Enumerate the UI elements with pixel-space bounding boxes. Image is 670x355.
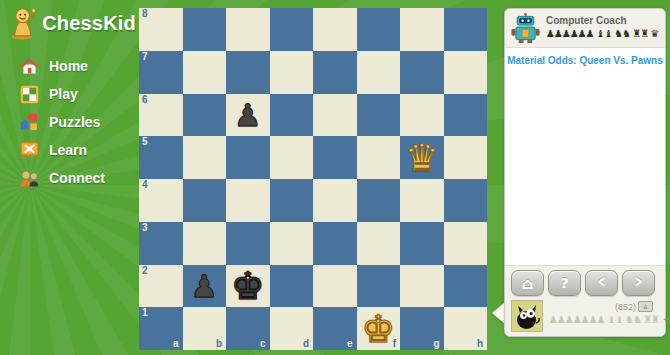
square-h2[interactable] bbox=[444, 265, 488, 308]
question-icon: ? bbox=[560, 275, 568, 291]
sidebar: ChessKid Home Play bbox=[0, 0, 136, 355]
sidebar-menu: Home Play Puzzles bbox=[0, 55, 136, 189]
square-f2[interactable] bbox=[357, 265, 401, 308]
chesskid-logo[interactable]: ChessKid bbox=[0, 0, 136, 41]
rank-label: 5 bbox=[142, 136, 148, 147]
square-h4[interactable] bbox=[444, 179, 488, 222]
sidebar-item-home[interactable]: Home bbox=[0, 55, 136, 77]
back-button[interactable]: ‹ bbox=[585, 270, 618, 296]
square-g6[interactable] bbox=[400, 94, 444, 137]
black-pawn[interactable]: ♟ bbox=[226, 94, 270, 137]
square-a1[interactable]: 1a bbox=[139, 307, 183, 350]
coach-header: Computer Coach ♟♟♟♟♟♟ ♝♝ ♞♞ ♜♜ ♛ bbox=[505, 9, 665, 48]
square-g3[interactable] bbox=[400, 222, 444, 265]
rank-label: 4 bbox=[142, 179, 148, 190]
nav-buttons: ⌂ ? ‹ › bbox=[511, 270, 655, 296]
square-b5[interactable] bbox=[183, 136, 227, 179]
square-a4[interactable]: 4 bbox=[139, 179, 183, 222]
square-e4[interactable] bbox=[313, 179, 357, 222]
player-strip: (852) ♙ ♟♟♟♟♟♟♟ ♝♝ ♞♞ ♜♜ +7 bbox=[511, 300, 659, 332]
square-g4[interactable] bbox=[400, 179, 444, 222]
file-label: g bbox=[433, 338, 439, 349]
square-c7[interactable] bbox=[226, 51, 270, 94]
coach-message[interactable]: Material Odds: Queen Vs. Pawns bbox=[505, 55, 665, 66]
square-b8[interactable] bbox=[183, 8, 227, 51]
square-a7[interactable]: 7 bbox=[139, 51, 183, 94]
square-d4[interactable] bbox=[270, 179, 314, 222]
player-captured-pieces: ♟♟♟♟♟♟♟ ♝♝ ♞♞ ♜♜ bbox=[549, 314, 659, 325]
sidebar-item-label: Play bbox=[49, 86, 78, 102]
logo-text: ChessKid bbox=[42, 12, 136, 35]
square-h1[interactable]: h bbox=[444, 307, 488, 350]
black-king[interactable]: ♚ bbox=[226, 265, 270, 308]
sidebar-item-label: Home bbox=[49, 58, 88, 74]
computer-coach-avatar bbox=[510, 12, 541, 44]
square-d6[interactable] bbox=[270, 94, 314, 137]
square-e5[interactable] bbox=[313, 136, 357, 179]
material-score: +7 bbox=[663, 315, 670, 325]
square-e7[interactable] bbox=[313, 51, 357, 94]
player-rating-row: (852) ♙ bbox=[615, 301, 653, 312]
sidebar-item-connect[interactable]: Connect bbox=[0, 167, 136, 189]
square-d7[interactable] bbox=[270, 51, 314, 94]
square-d5[interactable] bbox=[270, 136, 314, 179]
forward-button[interactable]: › bbox=[622, 270, 655, 296]
rank-label: 8 bbox=[142, 8, 148, 19]
square-a2[interactable]: 2 bbox=[139, 265, 183, 308]
sidebar-item-label: Connect bbox=[49, 170, 105, 186]
rank-label: 7 bbox=[142, 51, 148, 62]
chevron-right-icon: › bbox=[634, 271, 643, 291]
square-f8[interactable] bbox=[357, 8, 401, 51]
square-d1[interactable]: d bbox=[270, 307, 314, 350]
connect-people-icon bbox=[19, 168, 40, 189]
home-icon: ⌂ bbox=[522, 274, 533, 293]
pawn-mascot-icon bbox=[7, 5, 40, 41]
file-label: c bbox=[260, 338, 266, 349]
sidebar-item-puzzles[interactable]: Puzzles bbox=[0, 111, 136, 133]
player-avatar[interactable] bbox=[511, 300, 543, 332]
player-rating: (852) bbox=[615, 302, 636, 312]
sidebar-item-label: Learn bbox=[49, 142, 87, 158]
rank-label: 6 bbox=[142, 94, 148, 105]
square-e6[interactable] bbox=[313, 94, 357, 137]
square-f6[interactable] bbox=[357, 94, 401, 137]
square-h6[interactable] bbox=[444, 94, 488, 137]
file-label: a bbox=[173, 338, 179, 349]
square-h7[interactable] bbox=[444, 51, 488, 94]
black-pawn[interactable]: ♟ bbox=[183, 265, 227, 308]
square-a8[interactable]: 8 bbox=[139, 8, 183, 51]
square-f3[interactable] bbox=[357, 222, 401, 265]
square-d3[interactable] bbox=[270, 222, 314, 265]
file-label: e bbox=[347, 338, 353, 349]
square-c5[interactable] bbox=[226, 136, 270, 179]
rank-label: 2 bbox=[142, 265, 148, 276]
square-b4[interactable] bbox=[183, 179, 227, 222]
square-e2[interactable] bbox=[313, 265, 357, 308]
puzzles-icon bbox=[19, 112, 40, 133]
square-h3[interactable] bbox=[444, 222, 488, 265]
square-a6[interactable]: 6 bbox=[139, 94, 183, 137]
square-e1[interactable]: e bbox=[313, 307, 357, 350]
square-c1[interactable]: c bbox=[226, 307, 270, 350]
rank-label: 3 bbox=[142, 222, 148, 233]
square-b1[interactable]: b bbox=[183, 307, 227, 350]
rank-label: 1 bbox=[142, 307, 148, 318]
home-button[interactable]: ⌂ bbox=[511, 270, 544, 296]
sidebar-item-learn[interactable]: Learn bbox=[0, 139, 136, 161]
level-badge-icon: ♙ bbox=[638, 301, 653, 312]
home-icon bbox=[19, 56, 40, 77]
square-g2[interactable] bbox=[400, 265, 444, 308]
square-g7[interactable] bbox=[400, 51, 444, 94]
square-g8[interactable] bbox=[400, 8, 444, 51]
coach-name: Computer Coach bbox=[546, 15, 627, 26]
square-c3[interactable] bbox=[226, 222, 270, 265]
square-e8[interactable] bbox=[313, 8, 357, 51]
learn-board-icon bbox=[19, 140, 40, 161]
game-panel: Computer Coach ♟♟♟♟♟♟ ♝♝ ♞♞ ♜♜ ♛ Materia… bbox=[504, 8, 666, 337]
square-f5[interactable] bbox=[357, 136, 401, 179]
chevron-left-icon: ‹ bbox=[597, 271, 606, 291]
player-captured-row: ♟♟♟♟♟♟♟ ♝♝ ♞♞ ♜♜ +7 bbox=[549, 314, 670, 325]
square-e3[interactable] bbox=[313, 222, 357, 265]
sidebar-item-play[interactable]: Play bbox=[0, 83, 136, 105]
square-f7[interactable] bbox=[357, 51, 401, 94]
play-board-icon bbox=[19, 84, 40, 105]
square-b7[interactable] bbox=[183, 51, 227, 94]
square-c8[interactable] bbox=[226, 8, 270, 51]
square-g1[interactable]: g bbox=[400, 307, 444, 350]
square-a5[interactable]: 5 bbox=[139, 136, 183, 179]
square-h5[interactable] bbox=[444, 136, 488, 179]
chess-board[interactable]: 87654321abcdefgh♟♛♟♚♚ bbox=[139, 8, 487, 350]
square-h8[interactable] bbox=[444, 8, 488, 51]
sidebar-item-label: Puzzles bbox=[49, 114, 100, 130]
help-button[interactable]: ? bbox=[548, 270, 581, 296]
square-a3[interactable]: 3 bbox=[139, 222, 183, 265]
file-label: d bbox=[303, 338, 309, 349]
square-f4[interactable] bbox=[357, 179, 401, 222]
square-b3[interactable] bbox=[183, 222, 227, 265]
white-king[interactable]: ♚ bbox=[357, 307, 401, 350]
square-d8[interactable] bbox=[270, 8, 314, 51]
square-d2[interactable] bbox=[270, 265, 314, 308]
square-b6[interactable] bbox=[183, 94, 227, 137]
file-label: h bbox=[477, 338, 483, 349]
square-c4[interactable] bbox=[226, 179, 270, 222]
white-queen[interactable]: ♛ bbox=[400, 136, 444, 179]
coach-captured-pieces: ♟♟♟♟♟♟ ♝♝ ♞♞ ♜♜ ♛ bbox=[546, 28, 658, 39]
panel-footer: ⌂ ? ‹ › bbox=[505, 265, 665, 336]
file-label: b bbox=[216, 338, 222, 349]
